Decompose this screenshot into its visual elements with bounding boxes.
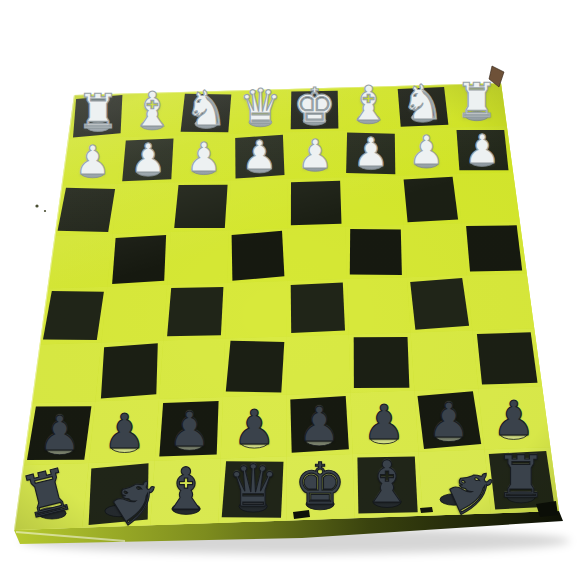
speck xyxy=(44,210,46,212)
speck xyxy=(35,204,38,207)
edge-chip xyxy=(420,507,433,513)
chessboard-photo: ♜♝♞♛♚♝♞♜♟♟♟♟♟♟♟♟♟♟♟♟♟♟♟♟♜♞♝♛♚♝♞♜ xyxy=(0,0,580,580)
chess-board xyxy=(0,0,580,580)
vignette xyxy=(14,83,559,530)
